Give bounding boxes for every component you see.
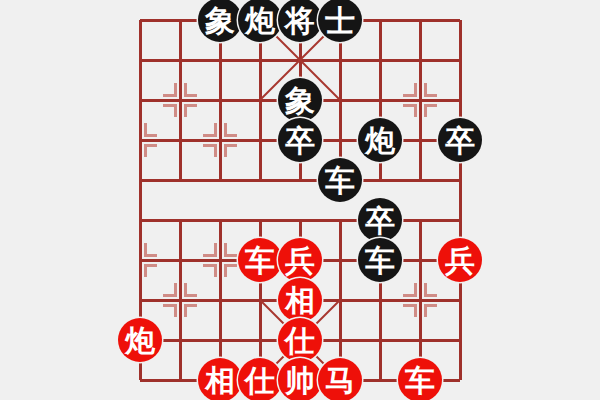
- intersection-c5r4[interactable]: 卒: [280, 120, 320, 160]
- intersection-c1r4[interactable]: [120, 120, 160, 160]
- intersection-c3r1[interactable]: 象: [200, 0, 240, 40]
- intersection-c9r1[interactable]: [440, 0, 480, 40]
- intersection-c2r3[interactable]: [160, 80, 200, 120]
- intersection-c5r1[interactable]: 将: [280, 0, 320, 40]
- black-elephant[interactable]: 象: [278, 78, 322, 122]
- intersection-c1r1[interactable]: [120, 0, 160, 40]
- intersection-c7r8[interactable]: [360, 280, 400, 320]
- intersection-c6r1[interactable]: 士: [320, 0, 360, 40]
- intersection-c3r2[interactable]: [200, 40, 240, 80]
- intersection-c7r5[interactable]: [360, 160, 400, 200]
- intersection-c4r10[interactable]: 仕: [240, 360, 280, 400]
- intersection-c3r5[interactable]: [200, 160, 240, 200]
- red-advisor[interactable]: 仕: [238, 358, 282, 400]
- intersection-c6r7[interactable]: [320, 240, 360, 280]
- intersection-c9r7[interactable]: 兵: [440, 240, 480, 280]
- intersection-c6r9[interactable]: [320, 320, 360, 360]
- red-elephant[interactable]: 相: [198, 358, 242, 400]
- intersection-c2r7[interactable]: [160, 240, 200, 280]
- intersection-c1r2[interactable]: [120, 40, 160, 80]
- black-elephant[interactable]: 象: [198, 0, 242, 42]
- black-chariot[interactable]: 车: [358, 238, 402, 282]
- intersection-c7r1[interactable]: [360, 0, 400, 40]
- black-soldier[interactable]: 卒: [278, 118, 322, 162]
- intersection-c8r9[interactable]: [400, 320, 440, 360]
- intersection-c4r9[interactable]: [240, 320, 280, 360]
- red-cannon[interactable]: 炮: [118, 318, 162, 362]
- intersection-c3r4[interactable]: [200, 120, 240, 160]
- intersection-c5r7[interactable]: 兵: [280, 240, 320, 280]
- red-soldier[interactable]: 兵: [438, 238, 482, 282]
- intersection-c9r5[interactable]: [440, 160, 480, 200]
- intersection-c6r8[interactable]: [320, 280, 360, 320]
- black-soldier[interactable]: 卒: [438, 118, 482, 162]
- red-horse[interactable]: 马: [318, 358, 362, 400]
- xiangqi-board[interactable]: 象炮将士象卒炮卒车卒车兵车兵相炮仕相仕帅马车: [120, 0, 480, 400]
- intersection-c9r4[interactable]: 卒: [440, 120, 480, 160]
- black-cannon[interactable]: 炮: [358, 118, 402, 162]
- red-soldier[interactable]: 兵: [278, 238, 322, 282]
- intersection-c4r7[interactable]: 车: [240, 240, 280, 280]
- black-chariot[interactable]: 车: [318, 158, 362, 202]
- intersection-c8r2[interactable]: [400, 40, 440, 80]
- intersection-c8r4[interactable]: [400, 120, 440, 160]
- intersection-c7r7[interactable]: 车: [360, 240, 400, 280]
- intersection-c9r6[interactable]: [440, 200, 480, 240]
- black-advisor[interactable]: 士: [318, 0, 362, 42]
- intersection-c9r2[interactable]: [440, 40, 480, 80]
- intersection-c6r4[interactable]: [320, 120, 360, 160]
- intersection-c7r3[interactable]: [360, 80, 400, 120]
- intersection-c2r4[interactable]: [160, 120, 200, 160]
- intersection-c6r5[interactable]: 车: [320, 160, 360, 200]
- intersection-c8r7[interactable]: [400, 240, 440, 280]
- intersection-c2r5[interactable]: [160, 160, 200, 200]
- intersection-c4r6[interactable]: [240, 200, 280, 240]
- intersection-c3r3[interactable]: [200, 80, 240, 120]
- intersection-c1r8[interactable]: [120, 280, 160, 320]
- red-chariot[interactable]: 车: [398, 358, 442, 400]
- intersection-c8r6[interactable]: [400, 200, 440, 240]
- intersection-c4r4[interactable]: [240, 120, 280, 160]
- intersection-c9r10[interactable]: [440, 360, 480, 400]
- intersection-c2r10[interactable]: [160, 360, 200, 400]
- intersection-c5r10[interactable]: 帅: [280, 360, 320, 400]
- intersection-c5r9[interactable]: 仕: [280, 320, 320, 360]
- intersection-c4r1[interactable]: 炮: [240, 0, 280, 40]
- intersection-c1r9[interactable]: 炮: [120, 320, 160, 360]
- intersection-c6r10[interactable]: 马: [320, 360, 360, 400]
- red-general[interactable]: 帅: [278, 358, 322, 400]
- red-elephant[interactable]: 相: [278, 278, 322, 322]
- intersection-c4r5[interactable]: [240, 160, 280, 200]
- intersection-c5r3[interactable]: 象: [280, 80, 320, 120]
- intersection-c3r8[interactable]: [200, 280, 240, 320]
- intersection-c8r8[interactable]: [400, 280, 440, 320]
- intersection-c3r10[interactable]: 相: [200, 360, 240, 400]
- red-chariot[interactable]: 车: [238, 238, 282, 282]
- intersection-c1r10[interactable]: [120, 360, 160, 400]
- intersection-c9r3[interactable]: [440, 80, 480, 120]
- intersection-c7r10[interactable]: [360, 360, 400, 400]
- intersection-c7r9[interactable]: [360, 320, 400, 360]
- intersection-c8r10[interactable]: 车: [400, 360, 440, 400]
- intersection-c2r6[interactable]: [160, 200, 200, 240]
- intersection-c3r7[interactable]: [200, 240, 240, 280]
- intersection-c2r8[interactable]: [160, 280, 200, 320]
- intersection-c4r2[interactable]: [240, 40, 280, 80]
- black-general[interactable]: 将: [278, 0, 322, 42]
- intersection-c1r5[interactable]: [120, 160, 160, 200]
- intersection-c1r3[interactable]: [120, 80, 160, 120]
- intersection-c3r6[interactable]: [200, 200, 240, 240]
- intersection-c5r5[interactable]: [280, 160, 320, 200]
- intersection-c8r3[interactable]: [400, 80, 440, 120]
- intersection-c7r2[interactable]: [360, 40, 400, 80]
- intersection-c5r8[interactable]: 相: [280, 280, 320, 320]
- black-soldier[interactable]: 卒: [358, 198, 402, 242]
- intersection-c5r2[interactable]: [280, 40, 320, 80]
- intersection-c8r1[interactable]: [400, 0, 440, 40]
- intersection-c6r3[interactable]: [320, 80, 360, 120]
- intersection-c2r2[interactable]: [160, 40, 200, 80]
- intersection-c6r6[interactable]: [320, 200, 360, 240]
- intersection-c1r6[interactable]: [120, 200, 160, 240]
- intersection-c3r9[interactable]: [200, 320, 240, 360]
- intersection-c7r6[interactable]: 卒: [360, 200, 400, 240]
- intersection-c2r9[interactable]: [160, 320, 200, 360]
- intersection-c5r6[interactable]: [280, 200, 320, 240]
- red-advisor[interactable]: 仕: [278, 318, 322, 362]
- intersection-c2r1[interactable]: [160, 0, 200, 40]
- intersection-c4r8[interactable]: [240, 280, 280, 320]
- intersection-c6r2[interactable]: [320, 40, 360, 80]
- intersection-c7r4[interactable]: 炮: [360, 120, 400, 160]
- intersection-c4r3[interactable]: [240, 80, 280, 120]
- xiangqi-app: 象炮将士象卒炮卒车卒车兵车兵相炮仕相仕帅马车: [0, 0, 600, 400]
- black-cannon[interactable]: 炮: [238, 0, 282, 42]
- intersection-c8r5[interactable]: [400, 160, 440, 200]
- intersection-c9r9[interactable]: [440, 320, 480, 360]
- intersection-c1r7[interactable]: [120, 240, 160, 280]
- intersection-c9r8[interactable]: [440, 280, 480, 320]
